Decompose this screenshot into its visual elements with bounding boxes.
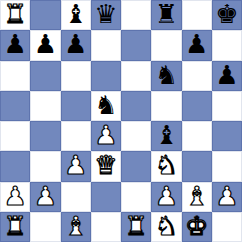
square-a2[interactable]: ♟ [0,182,30,212]
square-h3[interactable] [212,151,242,181]
piece-black-pawn: ♟ [64,31,87,57]
piece-white-knight: ♞ [155,152,178,178]
piece-white-pawn: ♟ [155,183,178,209]
square-e3[interactable] [121,151,151,181]
piece-white-king: ♚ [185,213,208,239]
square-d7[interactable] [91,30,121,60]
square-b4[interactable] [30,121,60,151]
square-f6[interactable]: ♞ [151,61,181,91]
piece-black-pawn: ♟ [215,62,238,88]
piece-black-knight: ♞ [94,92,117,118]
piece-black-knight: ♞ [155,62,178,88]
square-b7[interactable]: ♟ [30,30,60,60]
piece-white-pawn: ♟ [34,183,57,209]
square-c4[interactable] [61,121,91,151]
square-g7[interactable]: ♟ [182,30,212,60]
square-b2[interactable]: ♟ [30,182,60,212]
piece-black-pawn: ♟ [185,31,208,57]
square-a4[interactable] [0,121,30,151]
square-e4[interactable] [121,121,151,151]
square-f4[interactable]: ♝ [151,121,181,151]
square-h1[interactable] [212,212,242,242]
square-f2[interactable]: ♟ [151,182,181,212]
square-d1[interactable] [91,212,121,242]
piece-black-bishop: ♝ [155,122,178,148]
piece-black-queen: ♛ [94,1,117,27]
square-c7[interactable]: ♟ [61,30,91,60]
square-d4[interactable]: ♟ [91,121,121,151]
square-c1[interactable]: ♝ [61,212,91,242]
square-h6[interactable]: ♟ [212,61,242,91]
piece-black-king: ♚ [215,1,238,27]
square-a7[interactable]: ♟ [0,30,30,60]
piece-white-pawn: ♟ [94,122,117,148]
square-g3[interactable] [182,151,212,181]
piece-white-pawn: ♟ [3,183,26,209]
piece-white-rook: ♜ [3,1,26,27]
piece-white-pawn: ♟ [64,152,87,178]
square-b1[interactable] [30,212,60,242]
square-h4[interactable] [212,121,242,151]
square-d6[interactable] [91,61,121,91]
square-f3[interactable]: ♞ [151,151,181,181]
piece-white-rook: ♜ [3,213,26,239]
square-a1[interactable]: ♜ [0,212,30,242]
square-b6[interactable] [30,61,60,91]
square-f8[interactable]: ♜ [151,0,181,30]
square-e2[interactable] [121,182,151,212]
square-g1[interactable]: ♚ [182,212,212,242]
square-a3[interactable] [0,151,30,181]
square-g4[interactable] [182,121,212,151]
square-h8[interactable]: ♚ [212,0,242,30]
piece-white-bishop: ♝ [185,183,208,209]
piece-white-pawn: ♟ [215,183,238,209]
piece-white-rook: ♜ [124,213,147,239]
square-d8[interactable]: ♛ [91,0,121,30]
square-f5[interactable] [151,91,181,121]
square-e1[interactable]: ♜ [121,212,151,242]
square-e7[interactable] [121,30,151,60]
chess-board: ♜♝♛♜♚♟♟♟♟♞♟♞♟♝♟♛♞♟♟♟♝♟♜♝♜♞♚ [0,0,242,242]
piece-white-queen: ♛ [94,152,117,178]
square-a6[interactable] [0,61,30,91]
square-c8[interactable]: ♝ [61,0,91,30]
square-h2[interactable]: ♟ [212,182,242,212]
square-e5[interactable] [121,91,151,121]
square-a5[interactable] [0,91,30,121]
square-c2[interactable] [61,182,91,212]
square-h5[interactable] [212,91,242,121]
square-h7[interactable] [212,30,242,60]
square-g2[interactable]: ♝ [182,182,212,212]
square-b3[interactable] [30,151,60,181]
square-g8[interactable] [182,0,212,30]
piece-black-rook: ♜ [155,1,178,27]
square-g5[interactable] [182,91,212,121]
square-b8[interactable] [30,0,60,30]
piece-white-bishop: ♝ [64,213,87,239]
square-g6[interactable] [182,61,212,91]
piece-black-pawn: ♟ [34,31,57,57]
piece-black-bishop: ♝ [64,1,87,27]
square-b5[interactable] [30,91,60,121]
square-d2[interactable] [91,182,121,212]
square-e8[interactable] [121,0,151,30]
square-f1[interactable]: ♞ [151,212,181,242]
square-e6[interactable] [121,61,151,91]
square-d5[interactable]: ♞ [91,91,121,121]
square-c3[interactable]: ♟ [61,151,91,181]
piece-black-pawn: ♟ [3,31,26,57]
square-c6[interactable] [61,61,91,91]
piece-white-knight: ♞ [155,213,178,239]
square-f7[interactable] [151,30,181,60]
square-a8[interactable]: ♜ [0,0,30,30]
square-d3[interactable]: ♛ [91,151,121,181]
square-c5[interactable] [61,91,91,121]
